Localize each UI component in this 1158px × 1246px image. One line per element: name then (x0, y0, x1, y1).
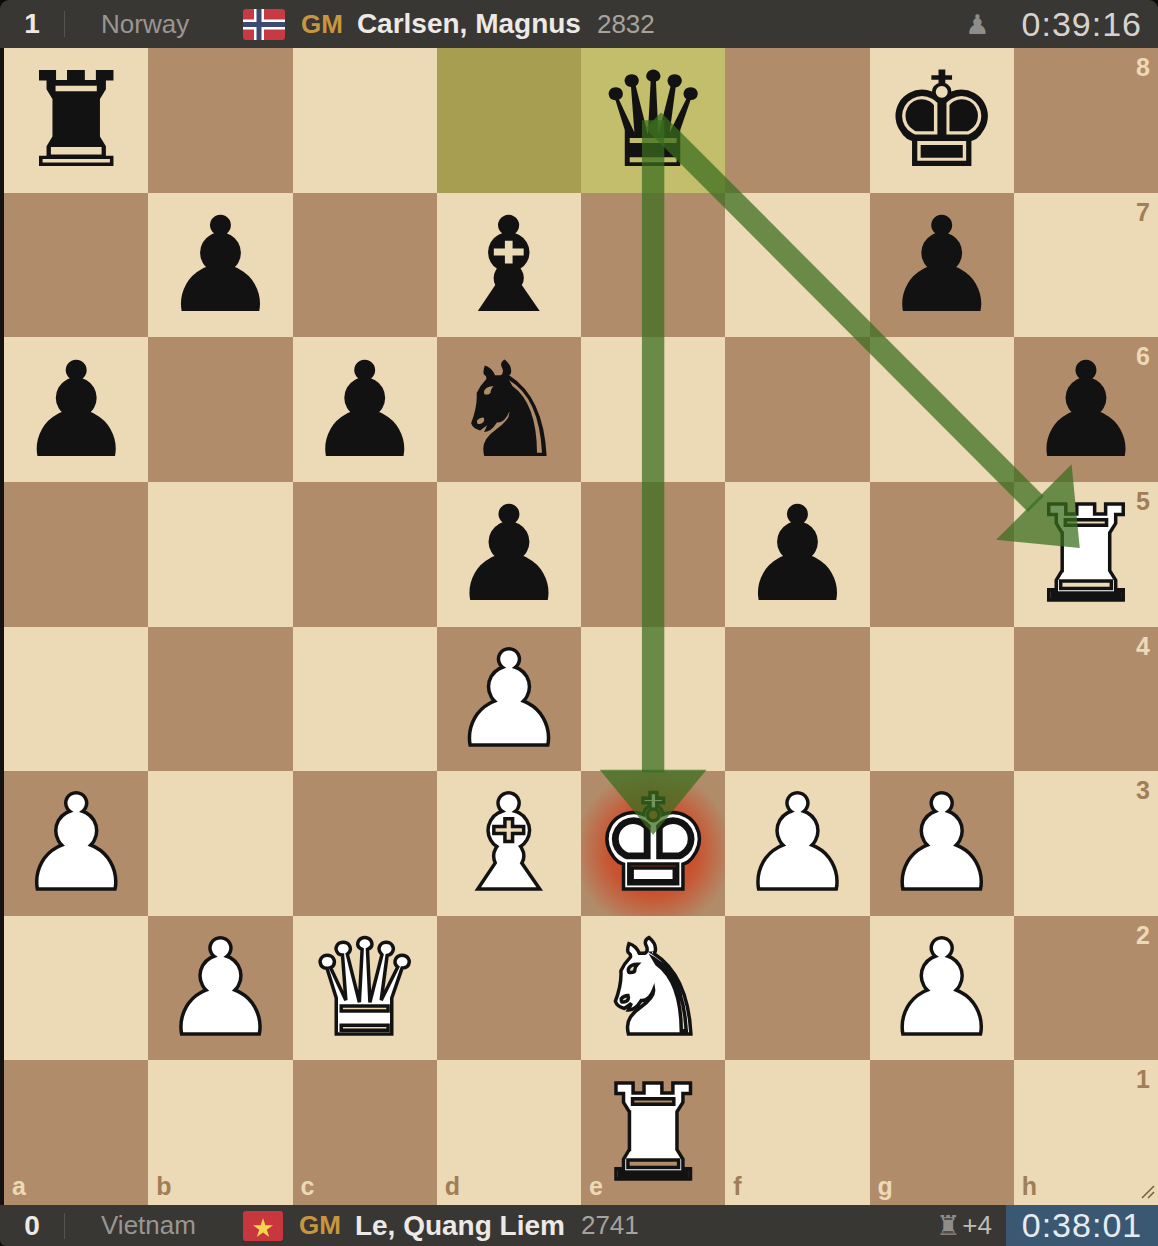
square-g2[interactable]: ♟ (870, 916, 1014, 1061)
material-text-bottom: +4 (962, 1210, 992, 1241)
file-label-b: b (156, 1172, 171, 1201)
score-divider (64, 11, 65, 37)
square-b6[interactable] (148, 337, 292, 482)
square-a1[interactable]: a (4, 1060, 148, 1205)
square-h4[interactable]: 4 (1014, 627, 1158, 772)
square-e3[interactable]: ♚ (581, 771, 725, 916)
chess-board: ♜♛♚8♟♝♟7♟♟♞♟6♟♟♜5♟4♟♝♚♟♟3♟♛♞♟2abcd♜efg1h (4, 48, 1158, 1205)
square-b1[interactable]: b (148, 1060, 292, 1205)
square-h5[interactable]: ♜5 (1014, 482, 1158, 627)
white-rook[interactable]: ♜ (594, 1067, 712, 1199)
black-pawn[interactable]: ♟ (305, 344, 423, 476)
white-pawn[interactable]: ♟ (450, 633, 568, 765)
player-name-bottom[interactable]: Le, Quang Liem (355, 1210, 565, 1242)
score-divider (64, 1213, 65, 1239)
square-d4[interactable]: ♟ (437, 627, 581, 772)
square-e6[interactable] (581, 337, 725, 482)
square-d7[interactable]: ♝ (437, 193, 581, 338)
rank-label-4: 4 (1136, 632, 1150, 661)
rank-label-8: 8 (1136, 53, 1150, 82)
match-score-bottom: 0 (0, 1210, 64, 1242)
square-g1[interactable]: g (870, 1060, 1014, 1205)
square-d1[interactable]: d (437, 1060, 581, 1205)
rank-label-3: 3 (1136, 776, 1150, 805)
square-f6[interactable] (725, 337, 869, 482)
square-b5[interactable] (148, 482, 292, 627)
square-h1[interactable]: 1h (1014, 1060, 1158, 1205)
white-pawn[interactable]: ♟ (882, 922, 1000, 1054)
square-b3[interactable] (148, 771, 292, 916)
square-d5[interactable]: ♟ (437, 482, 581, 627)
square-c3[interactable] (293, 771, 437, 916)
square-c7[interactable] (293, 193, 437, 338)
square-c2[interactable]: ♛ (293, 916, 437, 1061)
white-queen[interactable]: ♛ (305, 922, 423, 1054)
player-bar-bottom: 0 Vietnam GM Le, Quang Liem 2741 ♜ +4 0:… (0, 1205, 1158, 1246)
vietnam-flag-icon (243, 1211, 283, 1241)
white-pawn[interactable]: ♟ (882, 777, 1000, 909)
player-rating-top: 2832 (597, 9, 655, 40)
rook-icon: ♜ (936, 1212, 960, 1239)
white-king[interactable]: ♚ (594, 777, 712, 909)
square-a4[interactable] (4, 627, 148, 772)
square-g3[interactable]: ♟ (870, 771, 1014, 916)
country-label-bottom: Vietnam (101, 1210, 237, 1241)
black-knight[interactable]: ♞ (450, 344, 568, 476)
square-a3[interactable]: ♟ (4, 771, 148, 916)
square-e1[interactable]: ♜e (581, 1060, 725, 1205)
square-c5[interactable] (293, 482, 437, 627)
white-pawn[interactable]: ♟ (738, 777, 856, 909)
square-d8[interactable] (437, 48, 581, 193)
black-pawn[interactable]: ♟ (17, 344, 135, 476)
file-label-g: g (878, 1172, 893, 1201)
black-queen[interactable]: ♛ (594, 54, 712, 186)
broadcast-app: 1 Norway GM Carlsen, Magnus 2832 ♟ 0:39:… (0, 0, 1158, 1246)
square-d6[interactable]: ♞ (437, 337, 581, 482)
square-b2[interactable]: ♟ (148, 916, 292, 1061)
white-pawn[interactable]: ♟ (161, 922, 279, 1054)
square-a2[interactable] (4, 916, 148, 1061)
square-e5[interactable] (581, 482, 725, 627)
player-bar-top: 1 Norway GM Carlsen, Magnus 2832 ♟ 0:39:… (0, 0, 1158, 48)
square-g7[interactable]: ♟ (870, 193, 1014, 338)
square-c4[interactable] (293, 627, 437, 772)
material-advantage-top: ♟ (965, 11, 991, 38)
rank-label-1: 1 (1136, 1065, 1150, 1094)
file-label-e: e (589, 1172, 603, 1201)
square-h7[interactable]: 7 (1014, 193, 1158, 338)
square-c6[interactable]: ♟ (293, 337, 437, 482)
square-d2[interactable] (437, 916, 581, 1061)
square-g6[interactable] (870, 337, 1014, 482)
rank-label-2: 2 (1136, 921, 1150, 950)
gm-title-bottom: GM (299, 1210, 341, 1241)
board-area: ♜♛♚8♟♝♟7♟♟♞♟6♟♟♜5♟4♟♝♚♟♟3♟♛♞♟2abcd♜efg1h (0, 48, 1158, 1205)
player-rating-bottom: 2741 (581, 1210, 639, 1241)
square-g8[interactable]: ♚ (870, 48, 1014, 193)
match-score-top: 1 (0, 8, 64, 40)
black-pawn[interactable]: ♟ (450, 488, 568, 620)
square-f7[interactable] (725, 193, 869, 338)
white-knight[interactable]: ♞ (594, 922, 712, 1054)
square-f8[interactable] (725, 48, 869, 193)
rank-label-5: 5 (1136, 487, 1150, 516)
square-a7[interactable] (4, 193, 148, 338)
clock-top: 0:39:16 (1006, 0, 1158, 48)
rank-label-6: 6 (1136, 342, 1150, 371)
square-a8[interactable]: ♜ (4, 48, 148, 193)
black-rook[interactable]: ♜ (17, 54, 135, 186)
black-king[interactable]: ♚ (882, 54, 1000, 186)
white-bishop[interactable]: ♝ (450, 777, 568, 909)
material-advantage-bottom: ♜ +4 (936, 1210, 992, 1241)
square-h6[interactable]: ♟6 (1014, 337, 1158, 482)
square-h3[interactable]: 3 (1014, 771, 1158, 916)
square-b8[interactable] (148, 48, 292, 193)
square-g4[interactable] (870, 627, 1014, 772)
white-rook[interactable]: ♜ (1027, 488, 1145, 620)
black-pawn[interactable]: ♟ (161, 199, 279, 331)
square-h8[interactable]: 8 (1014, 48, 1158, 193)
file-label-c: c (301, 1172, 315, 1201)
black-pawn[interactable]: ♟ (738, 488, 856, 620)
square-c1[interactable]: c (293, 1060, 437, 1205)
square-e4[interactable] (581, 627, 725, 772)
file-label-h: h (1022, 1172, 1037, 1201)
gm-title-top: GM (301, 9, 343, 40)
file-label-d: d (445, 1172, 460, 1201)
square-e7[interactable] (581, 193, 725, 338)
square-c8[interactable] (293, 48, 437, 193)
player-name-top[interactable]: Carlsen, Magnus (357, 8, 581, 40)
square-g5[interactable] (870, 482, 1014, 627)
pawn-icon: ♟ (965, 11, 989, 38)
square-a6[interactable]: ♟ (4, 337, 148, 482)
white-pawn[interactable]: ♟ (17, 777, 135, 909)
square-e2[interactable]: ♞ (581, 916, 725, 1061)
square-f4[interactable] (725, 627, 869, 772)
country-label-top: Norway (101, 9, 237, 40)
square-f3[interactable]: ♟ (725, 771, 869, 916)
clock-bottom: 0:38:01 (1006, 1205, 1158, 1246)
black-pawn[interactable]: ♟ (1027, 344, 1145, 476)
file-label-a: a (12, 1172, 26, 1201)
square-f2[interactable] (725, 916, 869, 1061)
square-f5[interactable]: ♟ (725, 482, 869, 627)
resize-handle-icon[interactable] (1139, 1183, 1155, 1203)
black-pawn[interactable]: ♟ (882, 199, 1000, 331)
square-h2[interactable]: 2 (1014, 916, 1158, 1061)
square-a5[interactable] (4, 482, 148, 627)
square-b4[interactable] (148, 627, 292, 772)
square-b7[interactable]: ♟ (148, 193, 292, 338)
black-bishop[interactable]: ♝ (450, 199, 568, 331)
norway-flag-icon (243, 9, 285, 40)
square-f1[interactable]: f (725, 1060, 869, 1205)
square-e8[interactable]: ♛ (581, 48, 725, 193)
file-label-f: f (733, 1172, 741, 1201)
square-d3[interactable]: ♝ (437, 771, 581, 916)
rank-label-7: 7 (1136, 198, 1150, 227)
